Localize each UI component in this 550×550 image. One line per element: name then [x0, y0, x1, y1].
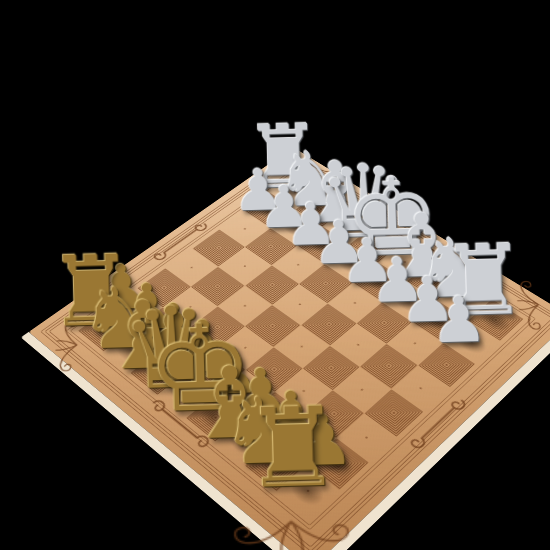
square-d5 [273, 284, 328, 325]
piece-silver-king-e8: ♚ [343, 164, 440, 272]
piece-silver-queen-d8: ♛ [317, 151, 410, 254]
piece-shadow [301, 197, 340, 223]
piece-bronze-rook-h1: ♜ [243, 393, 344, 505]
square-b5 [219, 247, 272, 285]
square-a8: ♜ [270, 176, 320, 210]
board-grid: ♜♞♝♛♚♝♞♜♟♟♟♟♟♟♟♟♟♟♟♟♟♟♟♟♜♞♝♛♚♝♞♜ [78, 176, 523, 518]
camera-tilt-layer: ♜♞♝♛♚♝♞♜♟♟♟♟♟♟♟♟♟♟♟♟♟♟♟♟♜♞♝♛♚♝♞♜ [0, 0, 550, 550]
engraved-diamond-pattern [245, 193, 296, 228]
piece-silver-pawn-c7: ♟ [284, 195, 338, 255]
square-b8: ♞ [296, 192, 347, 227]
piece-silver-pawn-d7: ♟ [312, 212, 367, 273]
engraved-diamond-pattern [350, 226, 402, 263]
piece-shadow [355, 231, 395, 259]
piece-shadow [276, 215, 315, 242]
square-b6 [245, 228, 297, 265]
engraved-diamond-pattern [193, 230, 245, 267]
piece-silver-pawn-b7: ♟ [258, 178, 311, 237]
engraved-diamond-pattern [245, 265, 299, 304]
square-d7: ♟ [325, 244, 378, 282]
piece-silver-pawn-a7: ♟ [232, 161, 285, 219]
square-d6 [299, 264, 353, 303]
edge-flourish [134, 209, 226, 274]
piece-silver-knight-b8: ♞ [274, 141, 343, 218]
engraved-diamond-pattern [245, 228, 297, 265]
square-c6 [272, 246, 325, 284]
engraved-diamond-pattern [299, 264, 353, 303]
engraved-diamond-pattern [297, 227, 349, 264]
square-e6 [327, 283, 382, 324]
piece-shadow [330, 250, 371, 279]
piece-silver-bishop-c8: ♝ [297, 150, 374, 236]
photo-scene: ♜♞♝♛♚♝♞♜♟♟♟♟♟♟♟♟♟♟♟♟♟♟♟♟♜♞♝♛♚♝♞♜ [0, 0, 550, 550]
square-a6 [219, 211, 271, 247]
square-c5 [245, 265, 299, 304]
piece-shadow [358, 268, 400, 298]
piece-silver-pawn-h7: ♟ [430, 288, 489, 353]
square-b7: ♟ [271, 210, 323, 246]
engraved-diamond-pattern [296, 192, 347, 227]
square-c8: ♝ [322, 208, 374, 244]
square-a5 [193, 230, 245, 267]
piece-shadow [250, 198, 289, 224]
square-c7: ♟ [297, 227, 349, 264]
piece-shadow [275, 180, 313, 206]
square-d8: ♛ [350, 226, 402, 263]
piece-silver-rook-a8: ♜ [243, 113, 323, 202]
chess-board: ♜♞♝♛♚♝♞♜♟♟♟♟♟♟♟♟♟♟♟♟♟♟♟♟♜♞♝♛♚♝♞♜ [29, 147, 550, 550]
piece-silver-pawn-e7: ♟ [340, 230, 396, 292]
corner-flourish [275, 161, 346, 179]
piece-shadow [328, 213, 368, 240]
piece-shadow [303, 232, 343, 260]
square-a7: ♟ [245, 193, 296, 228]
